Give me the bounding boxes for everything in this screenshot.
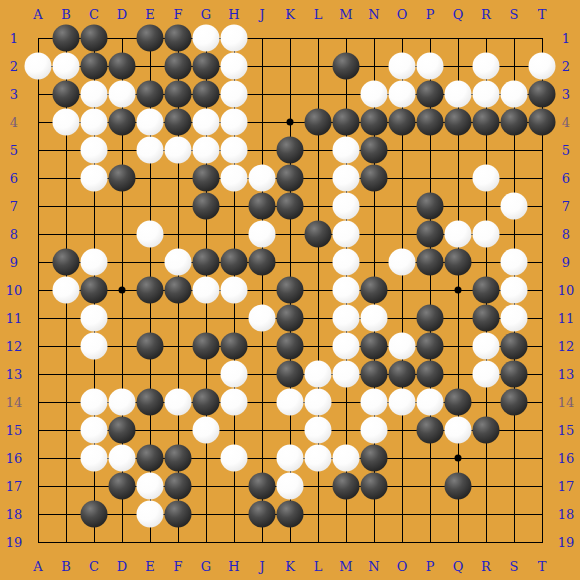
row-label-right: 14 (558, 395, 575, 410)
black-stone-T4[interactable] (529, 109, 556, 136)
column-label-top: A (33, 7, 42, 22)
black-stone-Q4[interactable] (445, 109, 472, 136)
white-stone-R2[interactable] (473, 53, 500, 80)
row-label-left: 6 (10, 171, 18, 186)
white-stone-B4[interactable] (53, 109, 80, 136)
white-stone-K14[interactable] (277, 389, 304, 416)
white-stone-L15[interactable] (305, 417, 332, 444)
go-board[interactable]: AABBCCDDEEFFGGHHJJKKLLMMNNOOPPQQRRSSTT11… (0, 0, 580, 580)
column-label-top: G (201, 7, 211, 22)
black-stone-B9[interactable] (53, 249, 80, 276)
white-stone-H14[interactable] (221, 389, 248, 416)
column-label-bottom: S (510, 559, 519, 574)
black-stone-F2[interactable] (165, 53, 192, 80)
white-stone-C3[interactable] (81, 81, 108, 108)
white-stone-S3[interactable] (501, 81, 528, 108)
black-stone-G9[interactable] (193, 249, 220, 276)
black-stone-G7[interactable] (193, 193, 220, 220)
white-stone-Q15[interactable] (445, 417, 472, 444)
white-stone-B10[interactable] (53, 277, 80, 304)
black-stone-K11[interactable] (277, 305, 304, 332)
black-stone-G6[interactable] (193, 165, 220, 192)
white-stone-J8[interactable] (249, 221, 276, 248)
star-point (455, 287, 462, 294)
white-stone-S10[interactable] (501, 277, 528, 304)
column-label-bottom: L (314, 559, 323, 574)
star-point (287, 119, 294, 126)
column-label-bottom: O (397, 559, 408, 574)
white-stone-K17[interactable] (277, 473, 304, 500)
white-stone-E5[interactable] (137, 137, 164, 164)
black-stone-F17[interactable] (165, 473, 192, 500)
black-stone-J9[interactable] (249, 249, 276, 276)
column-label-top: H (228, 7, 239, 22)
black-stone-O4[interactable] (389, 109, 416, 136)
column-label-top: O (397, 7, 408, 22)
white-stone-P14[interactable] (417, 389, 444, 416)
column-label-bottom: N (368, 559, 379, 574)
black-stone-F16[interactable] (165, 445, 192, 472)
white-stone-F5[interactable] (165, 137, 192, 164)
column-label-top: N (368, 7, 379, 22)
white-stone-J11[interactable] (249, 305, 276, 332)
black-stone-J7[interactable] (249, 193, 276, 220)
row-label-left: 13 (6, 367, 23, 382)
black-stone-B3[interactable] (53, 81, 80, 108)
column-label-top: R (481, 7, 491, 22)
row-label-left: 4 (10, 115, 18, 130)
black-stone-E12[interactable] (137, 333, 164, 360)
row-label-left: 8 (10, 227, 18, 242)
black-stone-E10[interactable] (137, 277, 164, 304)
white-stone-L16[interactable] (305, 445, 332, 472)
row-label-left: 3 (10, 87, 18, 102)
white-stone-N15[interactable] (361, 417, 388, 444)
black-stone-N17[interactable] (361, 473, 388, 500)
black-stone-Q14[interactable] (445, 389, 472, 416)
white-stone-C9[interactable] (81, 249, 108, 276)
row-label-left: 11 (6, 311, 23, 326)
white-stone-L14[interactable] (305, 389, 332, 416)
star-point (119, 287, 126, 294)
black-stone-M17[interactable] (333, 473, 360, 500)
row-label-right: 2 (562, 59, 570, 74)
white-stone-G4[interactable] (193, 109, 220, 136)
white-stone-A2[interactable] (25, 53, 52, 80)
white-stone-Q8[interactable] (445, 221, 472, 248)
black-stone-S14[interactable] (501, 389, 528, 416)
black-stone-K12[interactable] (277, 333, 304, 360)
white-stone-M7[interactable] (333, 193, 360, 220)
column-label-top: Q (453, 7, 464, 22)
black-stone-S4[interactable] (501, 109, 528, 136)
white-stone-M16[interactable] (333, 445, 360, 472)
column-label-bottom: R (481, 559, 491, 574)
white-stone-O12[interactable] (389, 333, 416, 360)
black-stone-E14[interactable] (137, 389, 164, 416)
row-label-left: 16 (6, 451, 23, 466)
star-point (455, 455, 462, 462)
column-label-top: E (145, 7, 155, 22)
row-label-right: 7 (562, 199, 570, 214)
row-label-right: 9 (562, 255, 570, 270)
black-stone-D17[interactable] (109, 473, 136, 500)
row-label-right: 6 (562, 171, 570, 186)
black-stone-P11[interactable] (417, 305, 444, 332)
white-stone-C5[interactable] (81, 137, 108, 164)
white-stone-C4[interactable] (81, 109, 108, 136)
white-stone-O3[interactable] (389, 81, 416, 108)
white-stone-N11[interactable] (361, 305, 388, 332)
row-label-left: 15 (6, 423, 23, 438)
black-stone-P9[interactable] (417, 249, 444, 276)
row-label-right: 12 (558, 339, 575, 354)
column-label-bottom: H (228, 559, 239, 574)
black-stone-E16[interactable] (137, 445, 164, 472)
black-stone-L4[interactable] (305, 109, 332, 136)
row-label-right: 17 (558, 479, 575, 494)
column-label-top: J (259, 7, 264, 22)
white-stone-H2[interactable] (221, 53, 248, 80)
white-stone-S9[interactable] (501, 249, 528, 276)
column-label-top: B (61, 7, 71, 22)
white-stone-M12[interactable] (333, 333, 360, 360)
white-stone-H4[interactable] (221, 109, 248, 136)
column-label-top: P (426, 7, 435, 22)
row-label-right: 11 (558, 311, 575, 326)
white-stone-C15[interactable] (81, 417, 108, 444)
white-stone-M6[interactable] (333, 165, 360, 192)
white-stone-S11[interactable] (501, 305, 528, 332)
black-stone-S13[interactable] (501, 361, 528, 388)
row-label-left: 1 (10, 31, 18, 46)
black-stone-L8[interactable] (305, 221, 332, 248)
black-stone-Q9[interactable] (445, 249, 472, 276)
white-stone-F9[interactable] (165, 249, 192, 276)
white-stone-H1[interactable] (221, 25, 248, 52)
white-stone-S7[interactable] (501, 193, 528, 220)
black-stone-R10[interactable] (473, 277, 500, 304)
black-stone-J17[interactable] (249, 473, 276, 500)
black-stone-K5[interactable] (277, 137, 304, 164)
column-label-bottom: Q (453, 559, 464, 574)
black-stone-R15[interactable] (473, 417, 500, 444)
white-stone-H3[interactable] (221, 81, 248, 108)
black-stone-C18[interactable] (81, 501, 108, 528)
column-label-bottom: M (339, 559, 352, 574)
black-stone-F1[interactable] (165, 25, 192, 52)
white-stone-F14[interactable] (165, 389, 192, 416)
white-stone-R3[interactable] (473, 81, 500, 108)
black-stone-F10[interactable] (165, 277, 192, 304)
black-stone-G2[interactable] (193, 53, 220, 80)
row-label-right: 16 (558, 451, 575, 466)
black-stone-N16[interactable] (361, 445, 388, 472)
black-stone-T3[interactable] (529, 81, 556, 108)
column-label-bottom: E (145, 559, 155, 574)
white-stone-M5[interactable] (333, 137, 360, 164)
column-label-top: F (173, 7, 182, 22)
column-label-top: M (339, 7, 352, 22)
black-stone-M2[interactable] (333, 53, 360, 80)
black-stone-D6[interactable] (109, 165, 136, 192)
black-stone-G12[interactable] (193, 333, 220, 360)
white-stone-C12[interactable] (81, 333, 108, 360)
row-label-right: 19 (558, 535, 575, 550)
black-stone-N6[interactable] (361, 165, 388, 192)
row-label-left: 19 (6, 535, 23, 550)
white-stone-L13[interactable] (305, 361, 332, 388)
row-label-left: 10 (6, 283, 23, 298)
black-stone-K13[interactable] (277, 361, 304, 388)
column-label-bottom: C (89, 559, 99, 574)
row-label-right: 4 (562, 115, 570, 130)
white-stone-B2[interactable] (53, 53, 80, 80)
row-label-right: 1 (562, 31, 570, 46)
white-stone-H5[interactable] (221, 137, 248, 164)
black-stone-C1[interactable] (81, 25, 108, 52)
white-stone-O2[interactable] (389, 53, 416, 80)
black-stone-N4[interactable] (361, 109, 388, 136)
row-label-left: 2 (10, 59, 18, 74)
black-stone-E3[interactable] (137, 81, 164, 108)
white-stone-C6[interactable] (81, 165, 108, 192)
white-stone-C14[interactable] (81, 389, 108, 416)
white-stone-H10[interactable] (221, 277, 248, 304)
column-label-bottom: K (285, 559, 295, 574)
black-stone-R11[interactable] (473, 305, 500, 332)
white-stone-M13[interactable] (333, 361, 360, 388)
black-stone-K10[interactable] (277, 277, 304, 304)
column-label-top: K (285, 7, 295, 22)
black-stone-D2[interactable] (109, 53, 136, 80)
white-stone-M9[interactable] (333, 249, 360, 276)
white-stone-R6[interactable] (473, 165, 500, 192)
black-stone-N12[interactable] (361, 333, 388, 360)
black-stone-M4[interactable] (333, 109, 360, 136)
row-label-right: 10 (558, 283, 575, 298)
column-label-bottom: P (426, 559, 435, 574)
white-stone-E18[interactable] (137, 501, 164, 528)
row-label-left: 18 (6, 507, 23, 522)
white-stone-C11[interactable] (81, 305, 108, 332)
black-stone-P12[interactable] (417, 333, 444, 360)
black-stone-H9[interactable] (221, 249, 248, 276)
black-stone-O13[interactable] (389, 361, 416, 388)
white-stone-R13[interactable] (473, 361, 500, 388)
row-label-left: 9 (10, 255, 18, 270)
column-label-bottom: J (259, 559, 264, 574)
black-stone-F3[interactable] (165, 81, 192, 108)
white-stone-C16[interactable] (81, 445, 108, 472)
white-stone-N14[interactable] (361, 389, 388, 416)
black-stone-C10[interactable] (81, 277, 108, 304)
black-stone-P7[interactable] (417, 193, 444, 220)
black-stone-H12[interactable] (221, 333, 248, 360)
column-label-bottom: T (538, 559, 547, 574)
white-stone-R8[interactable] (473, 221, 500, 248)
row-label-right: 15 (558, 423, 575, 438)
column-label-bottom: B (61, 559, 71, 574)
row-label-left: 14 (6, 395, 23, 410)
black-stone-P3[interactable] (417, 81, 444, 108)
row-label-left: 12 (6, 339, 23, 354)
white-stone-M8[interactable] (333, 221, 360, 248)
white-stone-N3[interactable] (361, 81, 388, 108)
black-stone-P4[interactable] (417, 109, 444, 136)
white-stone-G1[interactable] (193, 25, 220, 52)
grid-line-horizontal (38, 542, 543, 543)
black-stone-D15[interactable] (109, 417, 136, 444)
row-label-right: 18 (558, 507, 575, 522)
black-stone-J18[interactable] (249, 501, 276, 528)
white-stone-E4[interactable] (137, 109, 164, 136)
black-stone-Q17[interactable] (445, 473, 472, 500)
white-stone-H13[interactable] (221, 361, 248, 388)
white-stone-G10[interactable] (193, 277, 220, 304)
white-stone-H6[interactable] (221, 165, 248, 192)
black-stone-S12[interactable] (501, 333, 528, 360)
black-stone-G3[interactable] (193, 81, 220, 108)
white-stone-K16[interactable] (277, 445, 304, 472)
black-stone-P15[interactable] (417, 417, 444, 444)
column-label-bottom: A (33, 559, 42, 574)
black-stone-R4[interactable] (473, 109, 500, 136)
row-label-left: 17 (6, 479, 23, 494)
black-stone-P8[interactable] (417, 221, 444, 248)
white-stone-G15[interactable] (193, 417, 220, 444)
column-label-top: C (89, 7, 99, 22)
black-stone-B1[interactable] (53, 25, 80, 52)
row-label-right: 3 (562, 87, 570, 102)
column-label-bottom: F (173, 559, 182, 574)
white-stone-H16[interactable] (221, 445, 248, 472)
white-stone-G5[interactable] (193, 137, 220, 164)
black-stone-D4[interactable] (109, 109, 136, 136)
black-stone-G14[interactable] (193, 389, 220, 416)
column-label-top: D (117, 7, 127, 22)
black-stone-N5[interactable] (361, 137, 388, 164)
white-stone-Q3[interactable] (445, 81, 472, 108)
white-stone-M11[interactable] (333, 305, 360, 332)
white-stone-E8[interactable] (137, 221, 164, 248)
black-stone-K7[interactable] (277, 193, 304, 220)
white-stone-P2[interactable] (417, 53, 444, 80)
white-stone-D16[interactable] (109, 445, 136, 472)
white-stone-R12[interactable] (473, 333, 500, 360)
black-stone-E1[interactable] (137, 25, 164, 52)
column-label-top: S (510, 7, 519, 22)
row-label-right: 5 (562, 143, 570, 158)
row-label-left: 5 (10, 143, 18, 158)
black-stone-N10[interactable] (361, 277, 388, 304)
black-stone-F4[interactable] (165, 109, 192, 136)
white-stone-D14[interactable] (109, 389, 136, 416)
black-stone-K18[interactable] (277, 501, 304, 528)
white-stone-O14[interactable] (389, 389, 416, 416)
black-stone-N13[interactable] (361, 361, 388, 388)
column-label-top: T (538, 7, 547, 22)
white-stone-D3[interactable] (109, 81, 136, 108)
white-stone-O9[interactable] (389, 249, 416, 276)
black-stone-F18[interactable] (165, 501, 192, 528)
white-stone-E17[interactable] (137, 473, 164, 500)
column-label-top: L (314, 7, 323, 22)
black-stone-C2[interactable] (81, 53, 108, 80)
row-label-left: 7 (10, 199, 18, 214)
white-stone-J6[interactable] (249, 165, 276, 192)
row-label-right: 13 (558, 367, 575, 382)
column-label-bottom: G (201, 559, 211, 574)
column-label-bottom: D (117, 559, 127, 574)
row-label-right: 8 (562, 227, 570, 242)
black-stone-K6[interactable] (277, 165, 304, 192)
white-stone-M10[interactable] (333, 277, 360, 304)
black-stone-P13[interactable] (417, 361, 444, 388)
white-stone-T2[interactable] (529, 53, 556, 80)
